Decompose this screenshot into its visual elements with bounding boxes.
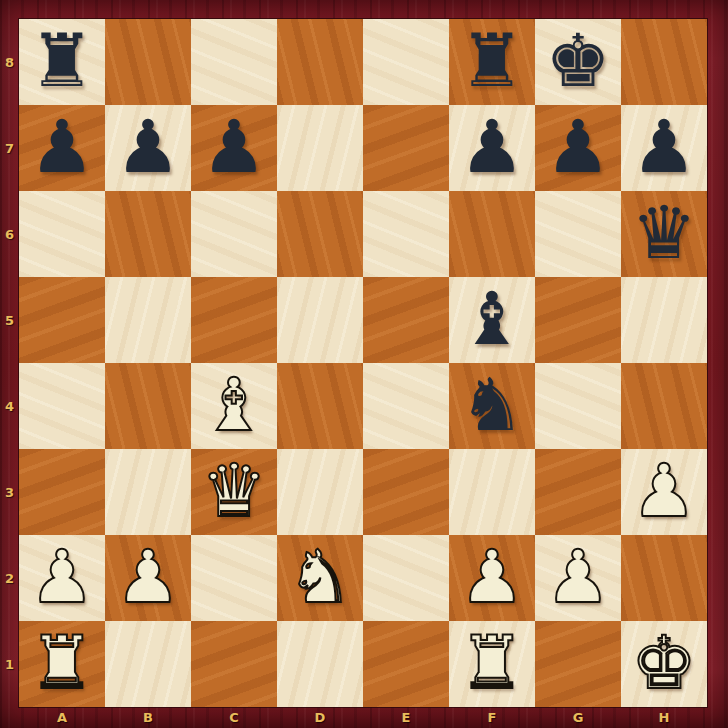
square-h3[interactable]: ♟ — [621, 449, 707, 535]
square-f6[interactable] — [449, 191, 535, 277]
square-d3[interactable] — [277, 449, 363, 535]
square-h8[interactable] — [621, 19, 707, 105]
white-bishop-c4[interactable]: ♝ — [191, 363, 277, 449]
square-e2[interactable] — [363, 535, 449, 621]
square-c7[interactable]: ♟ — [191, 105, 277, 191]
file-labels: ABCDEFGH — [19, 707, 707, 728]
black-pawn-g7[interactable]: ♟ — [535, 105, 621, 191]
square-e1[interactable] — [363, 621, 449, 707]
rank-label-2: 2 — [0, 535, 19, 621]
white-rook-f1[interactable]: ♜ — [449, 621, 535, 707]
rank-label-6: 6 — [0, 191, 19, 277]
square-a5[interactable] — [19, 277, 105, 363]
square-c5[interactable] — [191, 277, 277, 363]
black-king-g8[interactable]: ♚ — [535, 19, 621, 105]
square-h4[interactable] — [621, 363, 707, 449]
square-f5[interactable]: ♝ — [449, 277, 535, 363]
square-a2[interactable]: ♟ — [19, 535, 105, 621]
square-c1[interactable] — [191, 621, 277, 707]
black-pawn-a7[interactable]: ♟ — [19, 105, 105, 191]
square-e8[interactable] — [363, 19, 449, 105]
square-a8[interactable]: ♜ — [19, 19, 105, 105]
square-h5[interactable] — [621, 277, 707, 363]
black-rook-f8[interactable]: ♜ — [449, 19, 535, 105]
square-c2[interactable] — [191, 535, 277, 621]
rank-label-3: 3 — [0, 449, 19, 535]
square-b4[interactable] — [105, 363, 191, 449]
file-label-e: E — [363, 707, 449, 728]
square-g5[interactable] — [535, 277, 621, 363]
square-h6[interactable]: ♛ — [621, 191, 707, 277]
black-knight-f4[interactable]: ♞ — [449, 363, 535, 449]
square-d2[interactable]: ♞ — [277, 535, 363, 621]
file-label-b: B — [105, 707, 191, 728]
square-f4[interactable]: ♞ — [449, 363, 535, 449]
square-d1[interactable] — [277, 621, 363, 707]
black-pawn-f7[interactable]: ♟ — [449, 105, 535, 191]
square-b5[interactable] — [105, 277, 191, 363]
rank-label-7: 7 — [0, 105, 19, 191]
black-pawn-h7[interactable]: ♟ — [621, 105, 707, 191]
square-h2[interactable] — [621, 535, 707, 621]
rank-label-4: 4 — [0, 363, 19, 449]
file-label-c: C — [191, 707, 277, 728]
square-a4[interactable] — [19, 363, 105, 449]
square-c6[interactable] — [191, 191, 277, 277]
white-king-h1[interactable]: ♚ — [621, 621, 707, 707]
white-pawn-a2[interactable]: ♟ — [19, 535, 105, 621]
square-e6[interactable] — [363, 191, 449, 277]
square-d6[interactable] — [277, 191, 363, 277]
square-f1[interactable]: ♜ — [449, 621, 535, 707]
white-pawn-h3[interactable]: ♟ — [621, 449, 707, 535]
square-f8[interactable]: ♜ — [449, 19, 535, 105]
square-g7[interactable]: ♟ — [535, 105, 621, 191]
square-b8[interactable] — [105, 19, 191, 105]
square-d8[interactable] — [277, 19, 363, 105]
black-queen-h6[interactable]: ♛ — [621, 191, 707, 277]
black-bishop-f5[interactable]: ♝ — [449, 277, 535, 363]
square-g8[interactable]: ♚ — [535, 19, 621, 105]
rank-label-1: 1 — [0, 621, 19, 707]
rank-label-5: 5 — [0, 277, 19, 363]
square-b1[interactable] — [105, 621, 191, 707]
square-h7[interactable]: ♟ — [621, 105, 707, 191]
white-queen-c3[interactable]: ♛ — [191, 449, 277, 535]
square-e5[interactable] — [363, 277, 449, 363]
square-c4[interactable]: ♝ — [191, 363, 277, 449]
square-g1[interactable] — [535, 621, 621, 707]
square-a3[interactable] — [19, 449, 105, 535]
chess-board-frame: ♜♜♚♟♟♟♟♟♟♛♝♝♞♛♟♟♟♞♟♟♜♜♚ 87654321 ABCDEFG… — [0, 0, 728, 728]
file-label-a: A — [19, 707, 105, 728]
square-e4[interactable] — [363, 363, 449, 449]
file-label-g: G — [535, 707, 621, 728]
square-b3[interactable] — [105, 449, 191, 535]
rank-labels: 87654321 — [0, 19, 19, 707]
board: ♜♜♚♟♟♟♟♟♟♛♝♝♞♛♟♟♟♞♟♟♜♜♚ — [19, 19, 707, 707]
square-f2[interactable]: ♟ — [449, 535, 535, 621]
white-pawn-f2[interactable]: ♟ — [449, 535, 535, 621]
square-c8[interactable] — [191, 19, 277, 105]
square-d4[interactable] — [277, 363, 363, 449]
white-rook-a1[interactable]: ♜ — [19, 621, 105, 707]
white-pawn-g2[interactable]: ♟ — [535, 535, 621, 621]
black-pawn-c7[interactable]: ♟ — [191, 105, 277, 191]
square-d7[interactable] — [277, 105, 363, 191]
black-pawn-b7[interactable]: ♟ — [105, 105, 191, 191]
square-a6[interactable] — [19, 191, 105, 277]
white-knight-d2[interactable]: ♞ — [277, 535, 363, 621]
square-e3[interactable] — [363, 449, 449, 535]
square-g2[interactable]: ♟ — [535, 535, 621, 621]
rank-label-8: 8 — [0, 19, 19, 105]
square-a1[interactable]: ♜ — [19, 621, 105, 707]
white-pawn-b2[interactable]: ♟ — [105, 535, 191, 621]
file-label-d: D — [277, 707, 363, 728]
square-c3[interactable]: ♛ — [191, 449, 277, 535]
file-label-f: F — [449, 707, 535, 728]
black-rook-a8[interactable]: ♜ — [19, 19, 105, 105]
square-g3[interactable] — [535, 449, 621, 535]
square-h1[interactable]: ♚ — [621, 621, 707, 707]
square-g4[interactable] — [535, 363, 621, 449]
square-b7[interactable]: ♟ — [105, 105, 191, 191]
square-b2[interactable]: ♟ — [105, 535, 191, 621]
square-a7[interactable]: ♟ — [19, 105, 105, 191]
square-f3[interactable] — [449, 449, 535, 535]
square-f7[interactable]: ♟ — [449, 105, 535, 191]
square-g6[interactable] — [535, 191, 621, 277]
square-e7[interactable] — [363, 105, 449, 191]
file-label-h: H — [621, 707, 707, 728]
square-b6[interactable] — [105, 191, 191, 277]
square-d5[interactable] — [277, 277, 363, 363]
